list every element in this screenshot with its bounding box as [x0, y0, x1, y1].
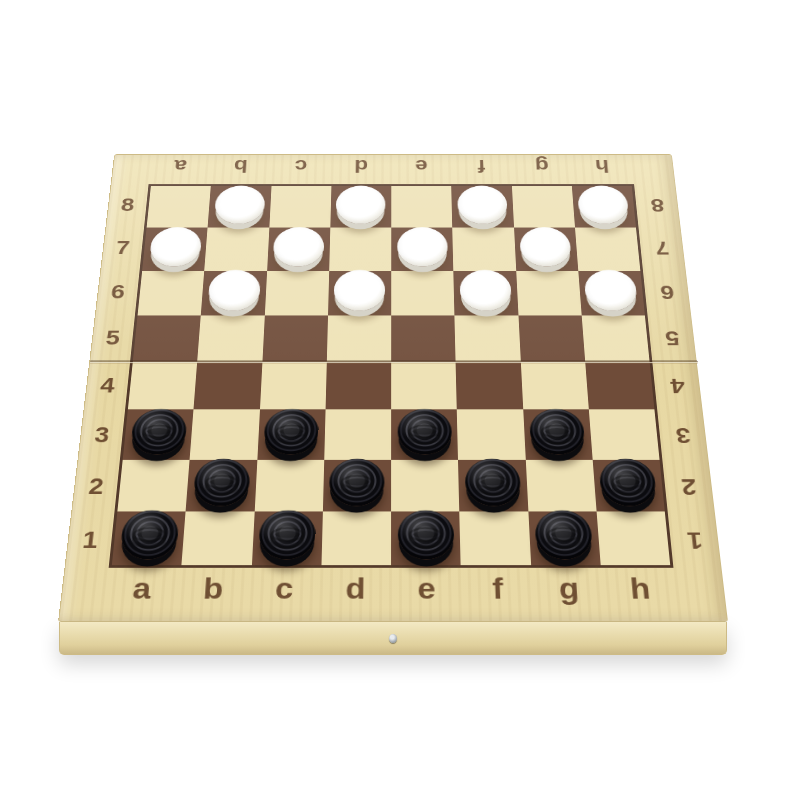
square-g6[interactable]	[516, 271, 582, 316]
square-d7[interactable]	[329, 228, 391, 271]
white-man-d8[interactable]: ⛀	[336, 186, 386, 224]
square-e6[interactable]	[391, 271, 454, 316]
black-man-glyph: ⛂	[119, 511, 180, 560]
white-man-glyph: ⛀	[214, 186, 266, 224]
black-man-e3[interactable]: ⛂	[397, 409, 452, 455]
square-e5[interactable]	[391, 315, 456, 361]
square-g2[interactable]	[525, 459, 596, 511]
rank-label-left-1: 1	[65, 513, 114, 568]
square-g1[interactable]: ⛂	[528, 511, 601, 565]
square-e1[interactable]: ⛂	[391, 511, 461, 565]
file-label-top-g: g	[511, 155, 573, 184]
square-e7[interactable]: ⛀	[391, 228, 453, 271]
black-man-a1[interactable]: ⛂	[119, 511, 180, 560]
square-a4[interactable]	[128, 362, 198, 410]
square-f8[interactable]: ⛀	[451, 186, 513, 228]
white-man-a7[interactable]: ⛀	[148, 227, 202, 266]
black-man-g1[interactable]: ⛂	[534, 511, 593, 560]
square-a7[interactable]: ⛀	[142, 228, 208, 271]
file-label-top-e: e	[391, 155, 452, 184]
square-d8[interactable]: ⛀	[330, 186, 391, 228]
white-man-glyph: ⛀	[336, 186, 386, 224]
white-man-glyph: ⛀	[519, 227, 572, 266]
black-man-h2[interactable]: ⛂	[599, 459, 658, 506]
square-b1[interactable]	[182, 511, 255, 565]
black-man-glyph: ⛂	[329, 459, 385, 506]
file-label-top-b: b	[209, 155, 271, 184]
white-man-c7[interactable]: ⛀	[273, 227, 325, 266]
square-f2[interactable]: ⛂	[458, 459, 528, 511]
square-h3[interactable]	[589, 410, 660, 460]
file-label-top-d: d	[331, 155, 392, 184]
square-a2[interactable]	[117, 459, 189, 511]
white-man-h8[interactable]: ⛀	[577, 186, 630, 224]
square-e4[interactable]	[391, 362, 457, 410]
file-label-bottom-e: e	[391, 568, 463, 623]
square-b6[interactable]: ⛀	[201, 271, 267, 316]
white-man-b6[interactable]: ⛀	[207, 270, 261, 311]
file-labels-top: abcdefgh	[149, 155, 635, 184]
black-man-b2[interactable]: ⛂	[193, 459, 251, 506]
square-f6[interactable]: ⛀	[454, 271, 519, 316]
black-man-glyph: ⛂	[397, 511, 454, 560]
white-man-f8[interactable]: ⛀	[457, 186, 508, 224]
white-man-g7[interactable]: ⛀	[519, 227, 572, 266]
square-b4[interactable]	[194, 362, 262, 410]
square-h5[interactable]	[581, 315, 649, 361]
square-b2[interactable]: ⛂	[186, 459, 257, 511]
black-man-glyph: ⛂	[464, 459, 521, 506]
square-d2[interactable]: ⛂	[323, 459, 391, 511]
white-man-glyph: ⛀	[457, 186, 508, 224]
square-a1[interactable]: ⛂	[112, 511, 186, 565]
board-front-edge	[59, 622, 727, 655]
file-labels-bottom: abcdefgh	[103, 568, 679, 623]
square-d1[interactable]	[321, 511, 391, 565]
product-photo-background: abcdefgh 87654321 ⛀⛀⛀⛀⛀⛀⛀⛀⛀⛀⛀⛀⛂⛂⛂⛂⛂⛂⛂⛂⛂⛂…	[0, 0, 800, 800]
rank-label-right-7: 7	[638, 226, 686, 269]
square-c8[interactable]	[269, 186, 331, 228]
square-f3[interactable]	[457, 410, 525, 460]
black-man-c1[interactable]: ⛂	[258, 511, 316, 560]
checkers-board-scene: abcdefgh 87654321 ⛀⛀⛀⛀⛀⛀⛀⛀⛀⛀⛀⛀⛂⛂⛂⛂⛂⛂⛂⛂⛂⛂…	[58, 2, 728, 655]
rank-label-left-2: 2	[72, 461, 120, 514]
square-d4[interactable]	[325, 362, 391, 410]
white-man-d6[interactable]: ⛀	[334, 270, 386, 311]
white-man-f6[interactable]: ⛀	[459, 270, 512, 311]
black-man-glyph: ⛂	[193, 459, 251, 506]
black-man-glyph: ⛂	[258, 511, 316, 560]
white-man-glyph: ⛀	[273, 227, 325, 266]
white-man-e7[interactable]: ⛀	[397, 227, 448, 266]
white-man-glyph: ⛀	[148, 227, 202, 266]
rank-label-left-4: 4	[84, 362, 130, 411]
square-b8[interactable]: ⛀	[208, 186, 271, 228]
black-man-f2[interactable]: ⛂	[464, 459, 521, 506]
square-h7[interactable]	[575, 228, 641, 271]
black-man-glyph: ⛂	[529, 409, 586, 455]
black-man-c3[interactable]: ⛂	[263, 409, 319, 455]
square-f1[interactable]	[459, 511, 530, 565]
file-label-top-c: c	[270, 155, 331, 184]
file-label-top-a: a	[149, 155, 212, 184]
square-g7[interactable]: ⛀	[514, 228, 578, 271]
square-c6[interactable]	[264, 271, 329, 316]
square-g4[interactable]	[520, 362, 588, 410]
file-label-bottom-c: c	[247, 568, 320, 623]
square-b7[interactable]	[204, 228, 269, 271]
rank-label-left-8: 8	[106, 184, 148, 226]
square-e8[interactable]	[391, 186, 452, 228]
black-man-d2[interactable]: ⛂	[329, 459, 385, 506]
white-man-b8[interactable]: ⛀	[214, 186, 266, 224]
square-f5[interactable]	[455, 315, 521, 361]
square-c5[interactable]	[262, 315, 328, 361]
file-label-bottom-d: d	[319, 568, 391, 623]
square-d6[interactable]: ⛀	[328, 271, 391, 316]
rank-label-left-6: 6	[96, 270, 140, 315]
square-d5[interactable]	[327, 315, 392, 361]
square-c7[interactable]: ⛀	[267, 228, 330, 271]
white-man-glyph: ⛀	[397, 227, 448, 266]
square-a5[interactable]	[133, 315, 201, 361]
white-man-glyph: ⛀	[459, 270, 512, 311]
white-man-h6[interactable]: ⛀	[584, 270, 639, 311]
rank-label-left-7: 7	[101, 226, 144, 269]
square-a3[interactable]: ⛂	[123, 410, 194, 460]
rank-label-right-1: 1	[668, 513, 723, 568]
rank-label-right-6: 6	[643, 270, 692, 315]
white-man-glyph: ⛀	[577, 186, 630, 224]
rank-label-right-3: 3	[657, 410, 709, 460]
file-label-bottom-h: h	[603, 568, 679, 623]
black-man-glyph: ⛂	[263, 409, 319, 455]
file-label-bottom-a: a	[103, 568, 179, 623]
file-label-bottom-f: f	[462, 568, 535, 623]
board-top-face: abcdefgh 87654321 ⛀⛀⛀⛀⛀⛀⛀⛀⛀⛀⛀⛀⛂⛂⛂⛂⛂⛂⛂⛂⛂⛂…	[58, 154, 728, 622]
square-h6[interactable]: ⛀	[578, 271, 645, 316]
file-label-bottom-b: b	[175, 568, 250, 623]
square-d3[interactable]	[324, 410, 391, 460]
square-h1[interactable]	[596, 511, 670, 565]
square-b5[interactable]	[197, 315, 264, 361]
square-e2[interactable]	[391, 459, 459, 511]
rank-label-right-5: 5	[647, 315, 697, 362]
rank-label-left-3: 3	[78, 410, 125, 460]
board-grid: ⛀⛀⛀⛀⛀⛀⛀⛀⛀⛀⛀⛀⛂⛂⛂⛂⛂⛂⛂⛂⛂⛂⛂⛂	[109, 184, 674, 568]
rank-label-right-8: 8	[634, 184, 681, 226]
square-b3[interactable]	[190, 410, 260, 460]
black-man-glyph: ⛂	[397, 409, 452, 455]
square-a8[interactable]	[147, 186, 211, 228]
white-man-glyph: ⛀	[334, 270, 386, 311]
square-c2[interactable]	[254, 459, 324, 511]
file-label-top-h: h	[571, 155, 634, 184]
square-g5[interactable]	[518, 315, 585, 361]
square-c1[interactable]: ⛂	[251, 511, 322, 565]
black-man-g3[interactable]: ⛂	[529, 409, 586, 455]
file-label-top-f: f	[451, 155, 512, 184]
black-man-glyph: ⛂	[129, 409, 187, 455]
square-a6[interactable]	[138, 271, 205, 316]
file-label-bottom-g: g	[532, 568, 607, 623]
square-g8[interactable]	[512, 186, 575, 228]
rank-label-right-2: 2	[662, 461, 715, 514]
white-man-glyph: ⛀	[207, 270, 261, 311]
square-c3[interactable]: ⛂	[257, 410, 325, 460]
black-man-glyph: ⛂	[534, 511, 593, 560]
square-c4[interactable]	[260, 362, 327, 410]
square-h4[interactable]	[585, 362, 654, 410]
square-h8[interactable]: ⛀	[572, 186, 636, 228]
hinge-screw-icon	[389, 634, 397, 643]
black-man-glyph: ⛂	[599, 459, 658, 506]
black-man-e1[interactable]: ⛂	[397, 511, 454, 560]
square-h2[interactable]: ⛂	[592, 459, 664, 511]
square-f4[interactable]	[456, 362, 523, 410]
white-man-glyph: ⛀	[584, 270, 639, 311]
rank-label-left-5: 5	[90, 315, 135, 362]
rank-label-right-4: 4	[652, 362, 703, 411]
square-g3[interactable]: ⛂	[523, 410, 593, 460]
square-f7[interactable]	[452, 228, 515, 271]
black-man-a3[interactable]: ⛂	[129, 409, 187, 455]
square-e3[interactable]: ⛂	[391, 410, 458, 460]
